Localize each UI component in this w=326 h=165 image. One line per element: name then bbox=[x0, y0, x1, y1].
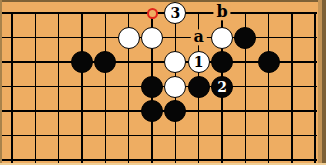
board-border-top bbox=[0, 0, 326, 2]
grid-line-v bbox=[58, 12, 59, 163]
white-stone bbox=[211, 27, 233, 49]
grid-line-v bbox=[314, 12, 316, 163]
grid-line-v bbox=[291, 12, 292, 163]
black-stone bbox=[94, 51, 116, 73]
white-stone-move-3: 3 bbox=[164, 2, 186, 24]
point-label-b: b bbox=[213, 4, 230, 20]
grid-line-v bbox=[35, 12, 36, 163]
white-stone bbox=[164, 76, 186, 98]
white-stone-move-1: 1 bbox=[188, 51, 210, 73]
circle-marker bbox=[147, 8, 158, 19]
black-stone bbox=[234, 27, 256, 49]
grid-line-v bbox=[268, 12, 269, 163]
board-border-left bbox=[0, 0, 2, 165]
grid-line-v bbox=[81, 12, 82, 163]
board-border-bottom bbox=[0, 163, 326, 165]
black-stone bbox=[211, 51, 233, 73]
board-layer: ab312 bbox=[0, 0, 326, 165]
grid-line-v bbox=[105, 12, 106, 163]
grid-line-v bbox=[11, 12, 12, 163]
white-stone bbox=[164, 51, 186, 73]
white-stone bbox=[118, 27, 140, 49]
black-stone bbox=[164, 100, 186, 122]
black-stone-move-2: 2 bbox=[211, 76, 233, 98]
board-border-right-outer bbox=[322, 0, 326, 165]
black-stone bbox=[141, 100, 163, 122]
black-stone bbox=[141, 76, 163, 98]
white-stone bbox=[141, 27, 163, 49]
go-diagram: ab312 bbox=[0, 0, 326, 165]
black-stone bbox=[258, 51, 280, 73]
black-stone bbox=[71, 51, 93, 73]
black-stone bbox=[188, 76, 210, 98]
point-label-a: a bbox=[191, 29, 207, 45]
